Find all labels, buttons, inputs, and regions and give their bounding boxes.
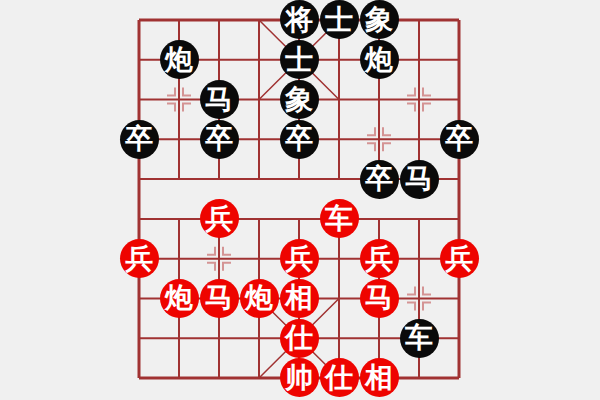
- board-point: [199, 239, 239, 279]
- xiangqi-board: 将士象炮士炮马象卒卒卒卒卒马兵车兵兵兵兵炮马炮相马仕车帅仕相: [0, 0, 600, 400]
- piece-black-soldier[interactable]: 卒: [120, 120, 159, 159]
- board-point: [119, 358, 159, 398]
- board-point: [359, 199, 399, 239]
- board-point: [239, 318, 279, 358]
- piece-black-cannon[interactable]: 炮: [360, 40, 399, 79]
- board-point: [159, 119, 199, 159]
- piece-red-elephant[interactable]: 相: [360, 358, 399, 397]
- board-point: 兵: [199, 199, 239, 239]
- piece-red-horse[interactable]: 马: [200, 279, 239, 318]
- board-point: [359, 80, 399, 120]
- board-point: [159, 199, 199, 239]
- board-point: [119, 159, 159, 199]
- board-point: [319, 239, 359, 279]
- board-point: [239, 239, 279, 279]
- board-point: 马: [399, 159, 439, 199]
- board-point: [439, 80, 479, 120]
- board-point: [119, 318, 159, 358]
- piece-red-chariot[interactable]: 车: [320, 199, 359, 238]
- board-point: [359, 119, 399, 159]
- board-point: [439, 40, 479, 80]
- piece-red-cannon[interactable]: 炮: [240, 279, 279, 318]
- piece-red-advisor[interactable]: 仕: [280, 319, 319, 358]
- piece-black-cannon[interactable]: 炮: [160, 40, 199, 79]
- board-point: 马: [199, 278, 239, 318]
- board-point: [399, 199, 439, 239]
- board-point: [239, 159, 279, 199]
- board-point: 士: [319, 0, 359, 40]
- piece-black-soldier[interactable]: 卒: [200, 120, 239, 159]
- board-point: 兵: [279, 239, 319, 279]
- board-point: 相: [279, 278, 319, 318]
- board-point: 车: [319, 199, 359, 239]
- board-point: [239, 199, 279, 239]
- board-point: [439, 318, 479, 358]
- piece-red-advisor[interactable]: 仕: [320, 358, 359, 397]
- board-point: [159, 80, 199, 120]
- board-point: 马: [359, 278, 399, 318]
- piece-black-advisor[interactable]: 士: [280, 40, 319, 79]
- board-point: [239, 119, 279, 159]
- board-point: [359, 318, 399, 358]
- board-point: 炮: [239, 278, 279, 318]
- board-point: [399, 40, 439, 80]
- piece-black-horse[interactable]: 马: [400, 160, 439, 199]
- board-point: 卒: [279, 119, 319, 159]
- board-point: 卒: [359, 159, 399, 199]
- board-point: 炮: [159, 278, 199, 318]
- piece-red-soldier[interactable]: 兵: [440, 239, 479, 278]
- board-point: 卒: [199, 119, 239, 159]
- board-point: [319, 159, 359, 199]
- board-point: [199, 318, 239, 358]
- board-point: [319, 318, 359, 358]
- board-point: [159, 358, 199, 398]
- board-point: [159, 239, 199, 279]
- board-point: [319, 278, 359, 318]
- board-point: [199, 40, 239, 80]
- board-point: [399, 119, 439, 159]
- board-point: 将: [279, 0, 319, 40]
- piece-black-soldier[interactable]: 卒: [360, 160, 399, 199]
- board-point: [399, 278, 439, 318]
- piece-black-chariot[interactable]: 车: [400, 319, 439, 358]
- board-point: 象: [279, 80, 319, 120]
- piece-red-soldier[interactable]: 兵: [280, 239, 319, 278]
- board-point: [399, 80, 439, 120]
- board-point: [439, 0, 479, 40]
- board-point: [199, 358, 239, 398]
- board-point: [119, 80, 159, 120]
- board-point: [159, 0, 199, 40]
- board-point: 卒: [119, 119, 159, 159]
- board-point: [119, 0, 159, 40]
- piece-black-soldier[interactable]: 卒: [440, 120, 479, 159]
- board-point: 卒: [439, 119, 479, 159]
- board-point: 相: [359, 358, 399, 398]
- board-point: [239, 40, 279, 80]
- board-point: [319, 80, 359, 120]
- board-point: [199, 0, 239, 40]
- piece-black-general[interactable]: 将: [280, 0, 319, 39]
- board-point: [159, 159, 199, 199]
- board-point: [199, 159, 239, 199]
- board-point: 炮: [359, 40, 399, 80]
- board-point: [119, 278, 159, 318]
- piece-red-cannon[interactable]: 炮: [160, 279, 199, 318]
- board-point: [159, 318, 199, 358]
- board-point: [439, 278, 479, 318]
- board-point: [399, 358, 439, 398]
- board-point: [439, 159, 479, 199]
- piece-red-soldier[interactable]: 兵: [360, 239, 399, 278]
- board-point: [119, 199, 159, 239]
- piece-red-horse[interactable]: 马: [360, 279, 399, 318]
- board-point: [119, 40, 159, 80]
- board-point: 兵: [439, 239, 479, 279]
- board-point: [239, 80, 279, 120]
- piece-red-soldier[interactable]: 兵: [120, 239, 159, 278]
- board-point: [279, 199, 319, 239]
- board-point: [239, 0, 279, 40]
- piece-red-elephant[interactable]: 相: [280, 279, 319, 318]
- piece-red-soldier[interactable]: 兵: [200, 199, 239, 238]
- board-point: 士: [279, 40, 319, 80]
- board-point: 车: [399, 318, 439, 358]
- board-point: [319, 119, 359, 159]
- board-point: [399, 0, 439, 40]
- board-point: 象: [359, 0, 399, 40]
- piece-black-elephant[interactable]: 象: [360, 0, 399, 39]
- board-point: 帅: [279, 358, 319, 398]
- piece-red-general[interactable]: 帅: [280, 358, 319, 397]
- piece-black-advisor[interactable]: 士: [320, 0, 359, 39]
- board-point: 炮: [159, 40, 199, 80]
- board-point: 仕: [279, 318, 319, 358]
- board-point: [279, 159, 319, 199]
- board-point: 兵: [119, 239, 159, 279]
- board-point: [399, 239, 439, 279]
- board-point: [439, 199, 479, 239]
- board-point: [319, 40, 359, 80]
- piece-black-soldier[interactable]: 卒: [280, 120, 319, 159]
- board-point: [239, 358, 279, 398]
- board-point: 仕: [319, 358, 359, 398]
- board-point: 马: [199, 80, 239, 120]
- board-grid: 将士象炮士炮马象卒卒卒卒卒马兵车兵兵兵兵炮马炮相马仕车帅仕相: [119, 0, 479, 398]
- piece-black-horse[interactable]: 马: [200, 80, 239, 119]
- board-point: 兵: [359, 239, 399, 279]
- board-point: [439, 358, 479, 398]
- piece-black-elephant[interactable]: 象: [280, 80, 319, 119]
